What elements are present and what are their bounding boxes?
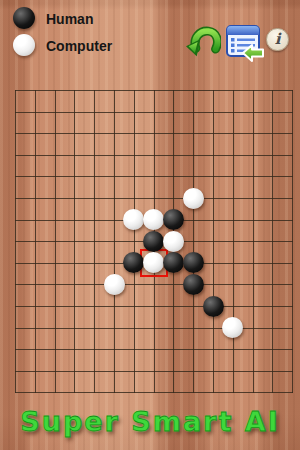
grid-vline bbox=[272, 90, 273, 393]
stone-white bbox=[222, 317, 243, 338]
stone-white bbox=[123, 209, 144, 230]
grid-hline bbox=[15, 284, 293, 285]
grid-hline bbox=[15, 328, 293, 329]
grid-vline bbox=[233, 90, 234, 393]
stone-black bbox=[163, 252, 184, 273]
grid-hline bbox=[15, 306, 293, 307]
grid-hline bbox=[15, 371, 293, 372]
grid-hline bbox=[15, 392, 293, 393]
stone-white bbox=[183, 188, 204, 209]
grid-hline bbox=[15, 349, 293, 350]
stone-black bbox=[183, 252, 204, 273]
grid-vline bbox=[193, 90, 194, 393]
stone-black bbox=[183, 274, 204, 295]
stone-black bbox=[143, 231, 164, 252]
stone-white bbox=[104, 274, 125, 295]
stone-black bbox=[163, 209, 184, 230]
grid-vline bbox=[213, 90, 214, 393]
grid-vline bbox=[253, 90, 254, 393]
gomoku-app-screen: Human Computer bbox=[0, 0, 300, 450]
grid-vline bbox=[292, 90, 293, 393]
stone-black bbox=[203, 296, 224, 317]
ai-caption: Super Smart AI bbox=[0, 406, 300, 437]
gomoku-board[interactable] bbox=[0, 0, 300, 450]
stone-white bbox=[163, 231, 184, 252]
stone-white bbox=[143, 209, 164, 230]
